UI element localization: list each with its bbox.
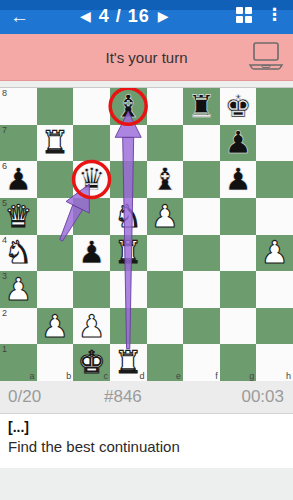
square-d1[interactable]: d♜ [110,344,147,381]
task-instruction: Find the best continuation [8,438,293,455]
overflow-menu-icon[interactable]: ⋮ [266,6,283,24]
square-g3[interactable] [220,271,257,308]
piece-white-rook: ♜ [114,237,142,268]
move-list: [...] [8,419,293,435]
rank-label: 5 [2,198,7,208]
square-a4[interactable]: 4♞ [0,235,37,272]
square-e1[interactable]: e [147,344,184,381]
square-e4[interactable] [147,235,184,272]
square-e3[interactable] [147,271,184,308]
file-label: b [66,371,71,381]
square-h6[interactable] [256,161,293,198]
square-b6[interactable] [37,161,74,198]
piece-white-king: ♚ [78,347,106,378]
square-h1[interactable]: h [256,344,293,381]
square-e8[interactable] [147,88,184,125]
square-h2[interactable] [256,308,293,345]
chess-board: 8♝♜♚7♜♟6♟♛♝♟5♛♞♟4♞♟♜♟3♟2♟♟1abc♚d♜efgh [0,88,293,381]
square-g5[interactable] [220,198,257,235]
square-a3[interactable]: 3♟ [0,271,37,308]
piece-black-pawn: ♟ [224,164,252,195]
rank-label: 3 [2,271,7,281]
piece-white-pawn: ♟ [78,311,106,342]
solution-panel: [...] Find the best continuation [0,414,293,468]
square-d8[interactable]: ♝ [110,88,147,125]
spacer [0,81,293,88]
square-d4[interactable]: ♜ [110,235,147,272]
square-c3[interactable] [73,271,110,308]
piece-white-knight: ♞ [4,237,32,268]
square-d6[interactable] [110,161,147,198]
file-label: f [215,371,218,381]
rank-label: 7 [2,125,7,135]
back-icon[interactable]: ← [10,6,29,28]
piece-white-pawn: ♟ [261,237,289,268]
square-g4[interactable] [220,235,257,272]
piece-white-rook: ♜ [41,127,69,158]
square-h7[interactable] [256,125,293,162]
square-c8[interactable] [73,88,110,125]
square-a8[interactable]: 8 [0,88,37,125]
square-e7[interactable] [147,125,184,162]
file-label: e [176,371,181,381]
turn-banner: It's your turn [0,34,293,81]
square-c2[interactable]: ♟ [73,308,110,345]
rank-label: 8 [2,88,7,98]
square-b4[interactable] [37,235,74,272]
square-g8[interactable]: ♚ [220,88,257,125]
square-b8[interactable] [37,88,74,125]
square-f7[interactable] [183,125,220,162]
rank-label: 4 [2,235,7,245]
square-e6[interactable]: ♝ [147,161,184,198]
square-e5[interactable]: ♟ [147,198,184,235]
square-c5[interactable] [73,198,110,235]
file-label: a [30,371,35,381]
square-f1[interactable]: f [183,344,220,381]
square-c4[interactable]: ♟ [73,235,110,272]
file-label: d [139,371,144,381]
square-h3[interactable] [256,271,293,308]
piece-black-pawn: ♟ [4,164,32,195]
file-label: c [103,371,108,381]
rank-label: 2 [2,308,7,318]
rank-label: 1 [2,344,7,354]
piece-black-bishop: ♝ [114,91,142,122]
piece-black-pawn: ♟ [78,237,106,268]
square-g6[interactable]: ♟ [220,161,257,198]
piece-black-pawn: ♟ [224,127,252,158]
piece-white-knight: ♞ [114,201,142,232]
piece-white-pawn: ♟ [41,311,69,342]
square-g7[interactable]: ♟ [220,125,257,162]
square-a2[interactable]: 2 [0,308,37,345]
previous-puzzle-icon[interactable]: ◀ [80,5,91,27]
file-label: h [286,371,291,381]
timer: 00:03 [241,387,284,407]
square-d5[interactable]: ♞ [110,198,147,235]
square-c6[interactable]: ♛ [73,161,110,198]
square-f6[interactable] [183,161,220,198]
square-a1[interactable]: 1a [0,344,37,381]
piece-white-pawn: ♟ [4,274,32,305]
piece-white-pawn: ♟ [151,201,179,232]
square-a5[interactable]: 5♛ [0,198,37,235]
file-label: g [249,371,254,381]
square-h8[interactable] [256,88,293,125]
puzzle-list-icon[interactable] [236,7,252,23]
square-f4[interactable] [183,235,220,272]
square-f3[interactable] [183,271,220,308]
piece-black-king: ♚ [224,91,252,122]
piece-black-queen: ♛ [78,164,106,195]
square-a6[interactable]: 6♟ [0,161,37,198]
puzzle-counter: 4 / 16 [99,5,150,27]
square-b2[interactable]: ♟ [37,308,74,345]
square-b1[interactable]: b [37,344,74,381]
square-b7[interactable]: ♜ [37,125,74,162]
piece-white-rook: ♜ [114,347,142,378]
square-a7[interactable]: 7 [0,125,37,162]
square-d7[interactable] [110,125,147,162]
square-b3[interactable] [37,271,74,308]
square-c1[interactable]: c♚ [73,344,110,381]
computer-icon[interactable] [247,41,285,73]
square-g2[interactable] [220,308,257,345]
square-b5[interactable] [37,198,74,235]
puzzle-number: #846 [104,387,142,407]
score-counter: 0/20 [8,387,41,407]
square-c7[interactable] [73,125,110,162]
next-puzzle-icon[interactable]: ▶ [158,5,169,27]
square-f8[interactable]: ♜ [183,88,220,125]
square-d2[interactable] [110,308,147,345]
square-g1[interactable]: g [220,344,257,381]
piece-black-bishop: ♝ [151,164,179,195]
piece-black-rook: ♜ [188,91,216,122]
turn-banner-text: It's your turn [105,49,187,66]
app-bar: ← ◀ 4 / 16 ▶ ⋮ [0,10,293,34]
square-h5[interactable] [256,198,293,235]
square-d3[interactable] [110,271,147,308]
rank-label: 6 [2,161,7,171]
square-e2[interactable] [147,308,184,345]
square-h4[interactable]: ♟ [256,235,293,272]
square-f5[interactable] [183,198,220,235]
info-bar: 0/20 #846 00:03 [0,381,293,414]
square-f2[interactable] [183,308,220,345]
piece-white-queen: ♛ [4,201,32,232]
